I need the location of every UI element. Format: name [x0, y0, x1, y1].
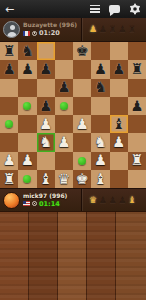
- white-knight-piece: ♞: [39, 135, 52, 150]
- square-c6[interactable]: [37, 79, 55, 97]
- captured-pawn-icon: ♟: [118, 196, 126, 205]
- black-knight-piece: ♞: [21, 44, 34, 59]
- white-rook-piece: ♜: [3, 172, 16, 187]
- square-c2[interactable]: [37, 152, 55, 170]
- legal-move-dot: [60, 102, 68, 110]
- white-knight-piece: ♞: [94, 135, 107, 150]
- white-bishop-piece: ♝: [39, 172, 52, 187]
- back-icon[interactable]: ←: [5, 4, 14, 15]
- white-king-piece: ♚: [76, 172, 89, 187]
- legal-move-dot: [23, 102, 31, 110]
- square-h6[interactable]: [128, 79, 146, 97]
- square-c1[interactable]: ♝: [37, 170, 55, 188]
- square-c5[interactable]: ♟: [37, 97, 55, 115]
- square-h8[interactable]: [128, 42, 146, 60]
- white-pawn-piece: ♟: [3, 153, 16, 168]
- square-g6[interactable]: [110, 79, 128, 97]
- player-info: mick97 (996) 01:14: [23, 193, 77, 207]
- square-e6[interactable]: [73, 79, 91, 97]
- white-queen-piece: ♛: [57, 172, 70, 187]
- black-pawn-piece: ♟: [130, 99, 143, 114]
- black-king-piece: ♚: [76, 44, 89, 59]
- black-pawn-piece: ♟: [39, 62, 52, 77]
- white-pawn-piece: ♟: [39, 117, 52, 132]
- captured-bishop-icon: ♝: [128, 196, 136, 205]
- square-f5[interactable]: [91, 97, 109, 115]
- square-b7[interactable]: ♟: [18, 60, 36, 78]
- square-a2[interactable]: ♟: [0, 152, 18, 170]
- black-rook-piece: ♜: [130, 62, 143, 77]
- white-rook-piece: ♜: [130, 153, 143, 168]
- black-pawn-piece: ♟: [21, 62, 34, 77]
- square-e3[interactable]: [73, 133, 91, 151]
- square-d7[interactable]: [55, 60, 73, 78]
- black-pawn-piece: ♟: [39, 99, 52, 114]
- square-d5[interactable]: [55, 97, 73, 115]
- captured-rook-icon: ♜: [109, 25, 117, 34]
- captured-pawn-icon: ♟: [99, 196, 107, 205]
- player-avatar[interactable]: [3, 192, 20, 209]
- square-h4[interactable]: [128, 115, 146, 133]
- player-name: mick97 (996): [23, 193, 77, 200]
- white-bishop-piece: ♝: [94, 172, 107, 187]
- square-g8[interactable]: [110, 42, 128, 60]
- opponent-info: Buzayette (996) 01:20: [23, 22, 77, 36]
- square-a6[interactable]: [0, 79, 18, 97]
- square-f6[interactable]: ♞: [91, 79, 109, 97]
- black-pawn-piece: ♟: [3, 62, 16, 77]
- square-b1[interactable]: [18, 170, 36, 188]
- captured-pawn-icon: ♟: [99, 25, 107, 34]
- opponent-clock-icon: [32, 31, 37, 36]
- chess-board: ♜♞♚♟♟♟♟♟♜♟♞♟♟♟♟♝♞♟♞♟♟♟♟♜♜♝♛♚♝: [0, 42, 146, 188]
- opponent-avatar[interactable]: [3, 21, 20, 38]
- app-toolbar: ←: [0, 0, 146, 18]
- square-c7[interactable]: ♟: [37, 60, 55, 78]
- black-pawn-piece: ♟: [57, 80, 70, 95]
- black-knight-piece: ♞: [94, 80, 107, 95]
- square-b8[interactable]: ♞: [18, 42, 36, 60]
- square-e8[interactable]: ♚: [73, 42, 91, 60]
- square-h2[interactable]: ♜: [128, 152, 146, 170]
- square-f4[interactable]: [91, 115, 109, 133]
- square-f1[interactable]: ♝: [91, 170, 109, 188]
- square-h7[interactable]: ♜: [128, 60, 146, 78]
- player-player-bar: mick97 (996) 01:14 ♛♟♟♟♝: [0, 188, 146, 211]
- chess-app-screen: ← Buzayette (996) 01:20 ♟♟♜♟♜ ♜♞♚♟♟: [0, 0, 146, 300]
- chat-icon[interactable]: [109, 5, 120, 13]
- square-a5[interactable]: [0, 97, 18, 115]
- black-rook-piece: ♜: [3, 44, 16, 59]
- square-b6[interactable]: [18, 79, 36, 97]
- square-b4[interactable]: [18, 115, 36, 133]
- white-pawn-piece: ♟: [57, 135, 70, 150]
- opponent-flag-icon: [23, 31, 30, 36]
- player-clock-icon: [32, 201, 37, 206]
- square-d2[interactable]: [55, 152, 73, 170]
- legal-move-dot: [23, 175, 31, 183]
- settings-gear-icon[interactable]: [129, 3, 141, 15]
- black-pawn-piece: ♟: [112, 62, 125, 77]
- square-a3[interactable]: [0, 133, 18, 151]
- square-g3[interactable]: ♟: [110, 133, 128, 151]
- player-flag-icon: [23, 201, 30, 206]
- legal-move-dot: [78, 157, 86, 165]
- white-pawn-piece: ♟: [112, 135, 125, 150]
- square-g5[interactable]: [110, 97, 128, 115]
- square-b5[interactable]: [18, 97, 36, 115]
- square-g2[interactable]: [110, 152, 128, 170]
- square-a1[interactable]: ♜: [0, 170, 18, 188]
- square-e7[interactable]: [73, 60, 91, 78]
- black-bishop-piece: ♝: [112, 117, 125, 132]
- square-e1[interactable]: ♚: [73, 170, 91, 188]
- captured-pawn-icon: ♟: [89, 25, 97, 34]
- captured-pawn-icon: ♟: [108, 196, 116, 205]
- player-time: 01:14: [39, 201, 60, 208]
- player-captured-tray: ♛♟♟♟♝: [82, 196, 143, 205]
- square-f2[interactable]: ♟: [91, 152, 109, 170]
- captured-pawn-icon: ♟: [118, 25, 126, 34]
- square-e2[interactable]: [73, 152, 91, 170]
- square-h1[interactable]: [128, 170, 146, 188]
- square-f8[interactable]: [91, 42, 109, 60]
- square-d6[interactable]: ♟: [55, 79, 73, 97]
- opponent-captured-tray: ♟♟♜♟♜: [82, 25, 143, 34]
- white-pawn-piece: ♟: [76, 117, 89, 132]
- square-d8[interactable]: [55, 42, 73, 60]
- square-a7[interactable]: ♟: [0, 60, 18, 78]
- player-clock-row: 01:14: [23, 201, 77, 208]
- opponent-clock-row: 01:20: [23, 30, 77, 37]
- square-a4[interactable]: [0, 115, 18, 133]
- captured-rook-icon: ♜: [128, 25, 136, 34]
- square-f7[interactable]: ♟: [91, 60, 109, 78]
- captured-queen-icon: ♛: [89, 196, 97, 205]
- white-pawn-piece: ♟: [21, 153, 34, 168]
- wood-background: [0, 211, 146, 300]
- square-a8[interactable]: ♜: [0, 42, 18, 60]
- square-d3[interactable]: ♟: [55, 133, 73, 151]
- square-d1[interactable]: ♛: [55, 170, 73, 188]
- opponent-player-bar: Buzayette (996) 01:20 ♟♟♜♟♜: [0, 18, 146, 42]
- square-g4[interactable]: ♝: [110, 115, 128, 133]
- square-c3[interactable]: ♞: [37, 133, 55, 151]
- square-f3[interactable]: ♞: [91, 133, 109, 151]
- square-d4[interactable]: [55, 115, 73, 133]
- black-pawn-piece: ♟: [94, 62, 107, 77]
- moves-list-icon[interactable]: [90, 5, 100, 13]
- white-pawn-piece: ♟: [94, 153, 107, 168]
- square-b3[interactable]: [18, 133, 36, 151]
- square-e4[interactable]: ♟: [73, 115, 91, 133]
- square-g1[interactable]: [110, 170, 128, 188]
- square-e5[interactable]: [73, 97, 91, 115]
- opponent-time: 01:20: [39, 30, 60, 37]
- square-c4[interactable]: ♟: [37, 115, 55, 133]
- square-g7[interactable]: ♟: [110, 60, 128, 78]
- square-c8[interactable]: [37, 42, 55, 60]
- square-h5[interactable]: ♟: [128, 97, 146, 115]
- square-h3[interactable]: [128, 133, 146, 151]
- opponent-name: Buzayette (996): [23, 22, 77, 29]
- square-b2[interactable]: ♟: [18, 152, 36, 170]
- legal-move-dot: [5, 120, 13, 128]
